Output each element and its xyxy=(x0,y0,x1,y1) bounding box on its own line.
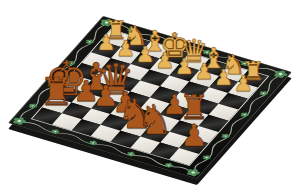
chess-set-photo: .flw-center{fill:#d8e8cf;} ♜♞♝♛♚♝♞♜♟♟♟♟♟… xyxy=(0,0,300,191)
light-pawn-c2[interactable]: ♟ xyxy=(194,62,214,84)
light-pawn-d2[interactable]: ♟ xyxy=(175,56,195,78)
light-pawn-a2[interactable]: ♟ xyxy=(233,73,253,95)
light-pawn-f2[interactable]: ♟ xyxy=(135,44,155,66)
dark-rook-h7[interactable]: ♜ xyxy=(40,73,74,111)
light-pawn-h2[interactable]: ♟ xyxy=(96,33,116,55)
light-pawn-b2[interactable]: ♟ xyxy=(214,67,234,89)
dark-knight-c7[interactable]: ♞ xyxy=(136,100,173,141)
light-pawn-e2[interactable]: ♟ xyxy=(155,50,175,72)
dark-pawn-a7[interactable]: ♟ xyxy=(180,121,207,152)
